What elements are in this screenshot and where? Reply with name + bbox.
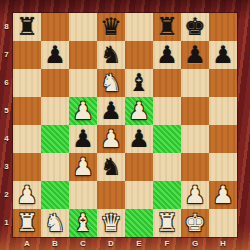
square-c2[interactable] xyxy=(69,181,97,209)
square-c4[interactable]: ♟ xyxy=(69,125,97,153)
square-e5[interactable]: ♟ xyxy=(125,97,153,125)
square-h4[interactable] xyxy=(209,125,237,153)
square-b1[interactable]: ♞ xyxy=(41,209,69,237)
square-d5[interactable]: ♟ xyxy=(97,97,125,125)
square-a7[interactable] xyxy=(13,41,41,69)
square-g1[interactable]: ♚ xyxy=(181,209,209,237)
rank-label-3: 3 xyxy=(0,153,13,181)
square-e8[interactable] xyxy=(125,13,153,41)
square-b4[interactable] xyxy=(41,125,69,153)
square-e7[interactable] xyxy=(125,41,153,69)
piece-black-pawn[interactable]: ♟ xyxy=(156,41,178,69)
square-c6[interactable] xyxy=(69,69,97,97)
chess-board: ♜♛♜♚♟♞♟♟♟♞♝♟♟♟♟♟♟♟♞♟♟♟♜♞♝♛♜♚ xyxy=(13,13,237,237)
square-c7[interactable] xyxy=(69,41,97,69)
square-a2[interactable]: ♟ xyxy=(13,181,41,209)
piece-white-rook[interactable]: ♜ xyxy=(156,209,178,237)
piece-black-pawn[interactable]: ♟ xyxy=(72,125,94,153)
piece-white-pawn[interactable]: ♟ xyxy=(100,125,122,153)
square-h7[interactable]: ♟ xyxy=(209,41,237,69)
square-e6[interactable]: ♝ xyxy=(125,69,153,97)
rank-label-4: 4 xyxy=(0,125,13,153)
piece-black-pawn[interactable]: ♟ xyxy=(184,41,206,69)
rank-label-5: 5 xyxy=(0,97,13,125)
file-label-c: C xyxy=(69,237,97,250)
piece-white-pawn[interactable]: ♟ xyxy=(72,153,94,181)
square-f8[interactable]: ♜ xyxy=(153,13,181,41)
square-f6[interactable] xyxy=(153,69,181,97)
square-a4[interactable] xyxy=(13,125,41,153)
square-d4[interactable]: ♟ xyxy=(97,125,125,153)
square-b2[interactable] xyxy=(41,181,69,209)
square-c1[interactable]: ♝ xyxy=(69,209,97,237)
square-b3[interactable] xyxy=(41,153,69,181)
square-c5[interactable]: ♟ xyxy=(69,97,97,125)
piece-white-pawn[interactable]: ♟ xyxy=(72,97,94,125)
square-f7[interactable]: ♟ xyxy=(153,41,181,69)
square-a3[interactable] xyxy=(13,153,41,181)
piece-white-knight[interactable]: ♞ xyxy=(44,209,66,237)
square-b8[interactable] xyxy=(41,13,69,41)
piece-white-rook[interactable]: ♜ xyxy=(16,209,38,237)
file-label-b: B xyxy=(41,237,69,250)
piece-white-knight[interactable]: ♞ xyxy=(100,69,122,97)
square-a1[interactable]: ♜ xyxy=(13,209,41,237)
piece-black-rook[interactable]: ♜ xyxy=(16,13,38,41)
piece-black-bishop[interactable]: ♝ xyxy=(128,69,150,97)
piece-black-pawn[interactable]: ♟ xyxy=(100,97,122,125)
square-c8[interactable] xyxy=(69,13,97,41)
piece-white-pawn[interactable]: ♟ xyxy=(212,181,234,209)
square-h3[interactable] xyxy=(209,153,237,181)
file-label-h: H xyxy=(209,237,237,250)
square-h5[interactable] xyxy=(209,97,237,125)
rank-label-8: 8 xyxy=(0,13,13,41)
square-h2[interactable]: ♟ xyxy=(209,181,237,209)
piece-black-knight[interactable]: ♞ xyxy=(100,41,122,69)
square-e2[interactable] xyxy=(125,181,153,209)
piece-white-pawn[interactable]: ♟ xyxy=(128,97,150,125)
square-c3[interactable]: ♟ xyxy=(69,153,97,181)
piece-black-pawn[interactable]: ♟ xyxy=(44,41,66,69)
square-f4[interactable] xyxy=(153,125,181,153)
square-e1[interactable] xyxy=(125,209,153,237)
file-label-g: G xyxy=(181,237,209,250)
square-d8[interactable]: ♛ xyxy=(97,13,125,41)
piece-black-pawn[interactable]: ♟ xyxy=(212,41,234,69)
rank-label-1: 1 xyxy=(0,209,13,237)
square-h8[interactable] xyxy=(209,13,237,41)
piece-black-rook[interactable]: ♜ xyxy=(156,13,178,41)
square-a6[interactable] xyxy=(13,69,41,97)
square-d7[interactable]: ♞ xyxy=(97,41,125,69)
square-g4[interactable] xyxy=(181,125,209,153)
square-f5[interactable] xyxy=(153,97,181,125)
square-b5[interactable] xyxy=(41,97,69,125)
piece-white-bishop[interactable]: ♝ xyxy=(72,209,94,237)
piece-white-pawn[interactable]: ♟ xyxy=(16,181,38,209)
square-a8[interactable]: ♜ xyxy=(13,13,41,41)
piece-white-pawn[interactable]: ♟ xyxy=(184,181,206,209)
piece-white-king[interactable]: ♚ xyxy=(184,209,206,237)
file-label-d: D xyxy=(97,237,125,250)
rank-label-2: 2 xyxy=(0,181,13,209)
square-f1[interactable]: ♜ xyxy=(153,209,181,237)
board-frame: ♜♛♜♚♟♞♟♟♟♞♝♟♟♟♟♟♟♟♞♟♟♟♜♞♝♛♜♚ 87654321ABC… xyxy=(0,0,250,250)
file-label-e: E xyxy=(125,237,153,250)
square-d1[interactable]: ♛ xyxy=(97,209,125,237)
square-b7[interactable]: ♟ xyxy=(41,41,69,69)
square-e3[interactable] xyxy=(125,153,153,181)
rank-label-6: 6 xyxy=(0,69,13,97)
piece-black-pawn[interactable]: ♟ xyxy=(128,125,150,153)
piece-black-knight[interactable]: ♞ xyxy=(100,153,122,181)
square-d6[interactable]: ♞ xyxy=(97,69,125,97)
square-d3[interactable]: ♞ xyxy=(97,153,125,181)
square-g2[interactable]: ♟ xyxy=(181,181,209,209)
square-g3[interactable] xyxy=(181,153,209,181)
square-g5[interactable] xyxy=(181,97,209,125)
file-label-f: F xyxy=(153,237,181,250)
square-b6[interactable] xyxy=(41,69,69,97)
rank-label-7: 7 xyxy=(0,41,13,69)
square-f2[interactable] xyxy=(153,181,181,209)
square-d2[interactable] xyxy=(97,181,125,209)
square-g8[interactable]: ♚ xyxy=(181,13,209,41)
square-h6[interactable] xyxy=(209,69,237,97)
square-a5[interactable] xyxy=(13,97,41,125)
square-g6[interactable] xyxy=(181,69,209,97)
piece-black-queen[interactable]: ♛ xyxy=(100,13,122,41)
file-label-a: A xyxy=(13,237,41,250)
piece-white-queen[interactable]: ♛ xyxy=(100,209,122,237)
square-f3[interactable] xyxy=(153,153,181,181)
square-h1[interactable] xyxy=(209,209,237,237)
square-g7[interactable]: ♟ xyxy=(181,41,209,69)
square-e4[interactable]: ♟ xyxy=(125,125,153,153)
piece-black-king[interactable]: ♚ xyxy=(184,13,206,41)
